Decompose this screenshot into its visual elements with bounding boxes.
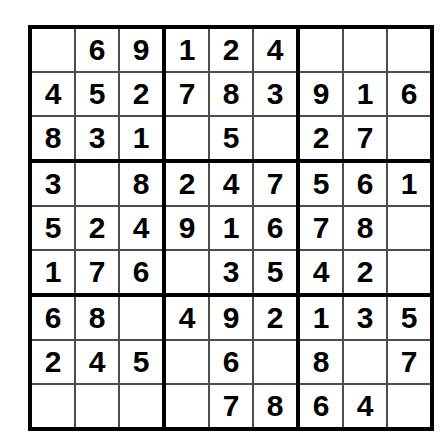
block-3-2: 492678 [166, 297, 296, 427]
cell-r5c6[interactable]: 6 [254, 207, 296, 249]
cell-r7c9[interactable]: 5 [388, 297, 430, 339]
cell-r5c8[interactable]: 8 [344, 207, 386, 249]
cell-r6c4[interactable] [166, 251, 208, 293]
page: 6945283112478359162738524176247916355617… [0, 0, 442, 442]
cell-r3c7[interactable]: 2 [300, 117, 342, 159]
cell-r3c4[interactable] [166, 117, 208, 159]
cell-r2c8[interactable]: 1 [344, 73, 386, 115]
cell-r4c7[interactable]: 5 [300, 163, 342, 205]
cell-r9c8[interactable]: 4 [344, 385, 386, 427]
cell-r6c2[interactable]: 7 [76, 251, 118, 293]
cell-r3c3[interactable]: 1 [120, 117, 162, 159]
cell-r8c4[interactable] [166, 341, 208, 383]
cell-r3c1[interactable]: 8 [32, 117, 74, 159]
block-1-2: 1247835 [166, 29, 296, 159]
cell-r3c6[interactable] [254, 117, 296, 159]
cell-r3c9[interactable] [388, 117, 430, 159]
cell-r4c4[interactable]: 2 [166, 163, 208, 205]
cell-r2c6[interactable]: 3 [254, 73, 296, 115]
cell-r5c1[interactable]: 5 [32, 207, 74, 249]
cell-r8c6[interactable] [254, 341, 296, 383]
cell-r9c2[interactable] [76, 385, 118, 427]
cell-r9c1[interactable] [32, 385, 74, 427]
cell-r4c1[interactable]: 3 [32, 163, 74, 205]
cell-r5c5[interactable]: 1 [210, 207, 252, 249]
cell-r9c7[interactable]: 6 [300, 385, 342, 427]
cell-r1c1[interactable] [32, 29, 74, 71]
cell-r9c9[interactable] [388, 385, 430, 427]
cell-r4c5[interactable]: 4 [210, 163, 252, 205]
cell-r1c7[interactable] [300, 29, 342, 71]
cell-r2c7[interactable]: 9 [300, 73, 342, 115]
cell-r4c9[interactable]: 1 [388, 163, 430, 205]
cell-r2c5[interactable]: 8 [210, 73, 252, 115]
cell-r5c2[interactable]: 2 [76, 207, 118, 249]
cell-r3c8[interactable]: 7 [344, 117, 386, 159]
cell-r8c7[interactable]: 8 [300, 341, 342, 383]
cell-r5c9[interactable] [388, 207, 430, 249]
cell-r7c7[interactable]: 1 [300, 297, 342, 339]
cell-r2c2[interactable]: 5 [76, 73, 118, 115]
cell-r3c2[interactable]: 3 [76, 117, 118, 159]
cell-r5c3[interactable]: 4 [120, 207, 162, 249]
cell-r7c5[interactable]: 9 [210, 297, 252, 339]
cell-r4c6[interactable]: 7 [254, 163, 296, 205]
cell-r9c6[interactable]: 8 [254, 385, 296, 427]
cell-r6c3[interactable]: 6 [120, 251, 162, 293]
cell-r6c1[interactable]: 1 [32, 251, 74, 293]
block-3-3: 1358764 [300, 297, 430, 427]
sudoku-board: 6945283112478359162738524176247916355617… [28, 25, 434, 431]
cell-r9c4[interactable] [166, 385, 208, 427]
cell-r2c4[interactable]: 7 [166, 73, 208, 115]
cell-r7c3[interactable] [120, 297, 162, 339]
block-2-3: 5617842 [300, 163, 430, 293]
block-2-1: 38524176 [32, 163, 162, 293]
cell-r2c3[interactable]: 2 [120, 73, 162, 115]
cell-r1c2[interactable]: 6 [76, 29, 118, 71]
cell-r4c2[interactable] [76, 163, 118, 205]
cell-r4c3[interactable]: 8 [120, 163, 162, 205]
cell-r6c7[interactable]: 4 [300, 251, 342, 293]
cell-r4c8[interactable]: 6 [344, 163, 386, 205]
block-1-1: 69452831 [32, 29, 162, 159]
cell-r8c1[interactable]: 2 [32, 341, 74, 383]
cell-r8c9[interactable]: 7 [388, 341, 430, 383]
block-2-2: 24791635 [166, 163, 296, 293]
cell-r6c5[interactable]: 3 [210, 251, 252, 293]
cell-r9c3[interactable] [120, 385, 162, 427]
cell-r9c5[interactable]: 7 [210, 385, 252, 427]
cell-r7c4[interactable]: 4 [166, 297, 208, 339]
cell-r6c6[interactable]: 5 [254, 251, 296, 293]
cell-r8c8[interactable] [344, 341, 386, 383]
cell-r1c5[interactable]: 2 [210, 29, 252, 71]
cell-r1c3[interactable]: 9 [120, 29, 162, 71]
cell-r7c8[interactable]: 3 [344, 297, 386, 339]
cell-r7c6[interactable]: 2 [254, 297, 296, 339]
cell-r1c8[interactable] [344, 29, 386, 71]
cell-r5c4[interactable]: 9 [166, 207, 208, 249]
cell-r3c5[interactable]: 5 [210, 117, 252, 159]
cell-r6c8[interactable]: 2 [344, 251, 386, 293]
cell-r7c2[interactable]: 8 [76, 297, 118, 339]
cell-r6c9[interactable] [388, 251, 430, 293]
cell-r8c5[interactable]: 6 [210, 341, 252, 383]
cell-r2c9[interactable]: 6 [388, 73, 430, 115]
cell-r5c7[interactable]: 7 [300, 207, 342, 249]
block-3-1: 68245 [32, 297, 162, 427]
cell-r1c6[interactable]: 4 [254, 29, 296, 71]
cell-r2c1[interactable]: 4 [32, 73, 74, 115]
cell-r7c1[interactable]: 6 [32, 297, 74, 339]
cell-r1c4[interactable]: 1 [166, 29, 208, 71]
cell-r1c9[interactable] [388, 29, 430, 71]
cell-r8c2[interactable]: 4 [76, 341, 118, 383]
block-1-3: 91627 [300, 29, 430, 159]
cell-r8c3[interactable]: 5 [120, 341, 162, 383]
